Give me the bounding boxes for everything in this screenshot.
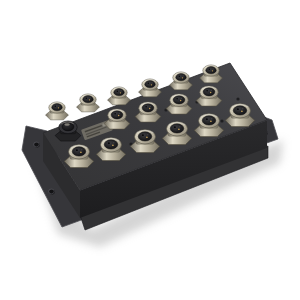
m12-connector xyxy=(77,94,100,112)
m12-connector xyxy=(139,79,162,97)
m12-connector xyxy=(46,102,69,120)
product-photo xyxy=(0,0,300,300)
device-illustration xyxy=(0,0,300,300)
screw-dot xyxy=(220,119,223,122)
screw-dot xyxy=(236,97,239,100)
m12-connector xyxy=(108,87,131,105)
mount-hole xyxy=(34,142,40,147)
mount-hole xyxy=(49,189,55,194)
